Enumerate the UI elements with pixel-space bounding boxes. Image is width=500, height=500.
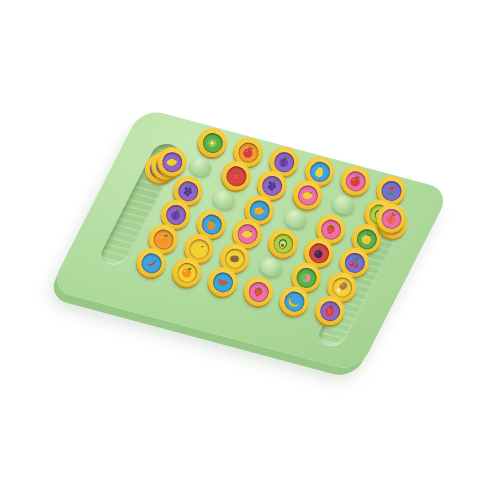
guava-icon (297, 268, 315, 286)
tile-face-purple (272, 149, 296, 173)
empty-slot-dome (211, 189, 237, 212)
tile-face-orange (236, 140, 260, 164)
avocado-icon (274, 234, 292, 252)
tile-face-yellowgreen (271, 231, 295, 255)
grapes-icon (179, 181, 197, 199)
peach-icon (382, 209, 400, 227)
pineapple-icon (202, 215, 220, 233)
pomegranate-icon (321, 302, 339, 320)
orange-icon (154, 230, 172, 248)
product-photo-stage (0, 0, 500, 500)
tile-face-blue (210, 270, 234, 294)
strawberry-icon (322, 220, 340, 238)
tile-face-orange (151, 227, 175, 251)
plum-icon (275, 152, 293, 170)
tile-face-blue (199, 212, 223, 236)
tile-face-green (200, 130, 224, 154)
tile-face-purple (160, 150, 184, 174)
empty-slot-dome (330, 193, 356, 216)
drumstick-icon (333, 277, 351, 295)
flower-icon (382, 181, 400, 199)
tile-face-yellow (330, 274, 354, 298)
tile-face-blue (308, 159, 332, 183)
game-board (49, 107, 451, 372)
banana-icon (285, 292, 303, 310)
strawberry-icon (249, 282, 267, 300)
tile-face-pink (295, 183, 319, 207)
chili-icon (142, 254, 160, 272)
tile-face-green (294, 265, 318, 289)
tile-face-pink (343, 168, 367, 192)
grapes-icon (263, 176, 281, 194)
plum-icon (166, 205, 184, 223)
empty-slot-dome (258, 256, 284, 279)
tile-face-pink (379, 206, 403, 230)
kiwi-icon (226, 249, 244, 267)
mango-icon (250, 200, 268, 218)
tile-face-blue (139, 251, 163, 275)
tile-face-purple (259, 173, 283, 197)
tile-face-blue (247, 197, 271, 221)
empty-slot-dome (282, 208, 308, 231)
tile-face-yellow (175, 260, 199, 284)
tile-face-blue (282, 289, 306, 313)
kiwi-slice-icon (203, 133, 221, 151)
tile-face-red (306, 241, 330, 265)
tile-face-purple (163, 202, 187, 226)
pear-icon (311, 162, 329, 180)
tile-face-yellow (187, 236, 211, 260)
tile-face-purple (317, 299, 341, 323)
lemon-icon (238, 225, 256, 243)
tile-face-red (224, 164, 248, 188)
tile-face-violet (342, 250, 366, 274)
lemon-icon (190, 239, 208, 257)
tile-face-violet (379, 178, 403, 202)
watermelon-icon (213, 273, 231, 291)
strawberry-icon (227, 167, 245, 185)
tile-face-pink (235, 222, 259, 246)
lemon-icon (163, 153, 181, 171)
tile-face-yellow (223, 246, 247, 270)
tile-face-pink (319, 217, 343, 241)
lemon-icon (298, 186, 316, 204)
apple-icon (346, 171, 364, 189)
apple-icon (239, 143, 257, 161)
orange-icon (178, 263, 196, 281)
mangosteen-icon (309, 244, 327, 262)
cherry-icon (345, 253, 363, 271)
tile-face-pink (246, 279, 270, 303)
